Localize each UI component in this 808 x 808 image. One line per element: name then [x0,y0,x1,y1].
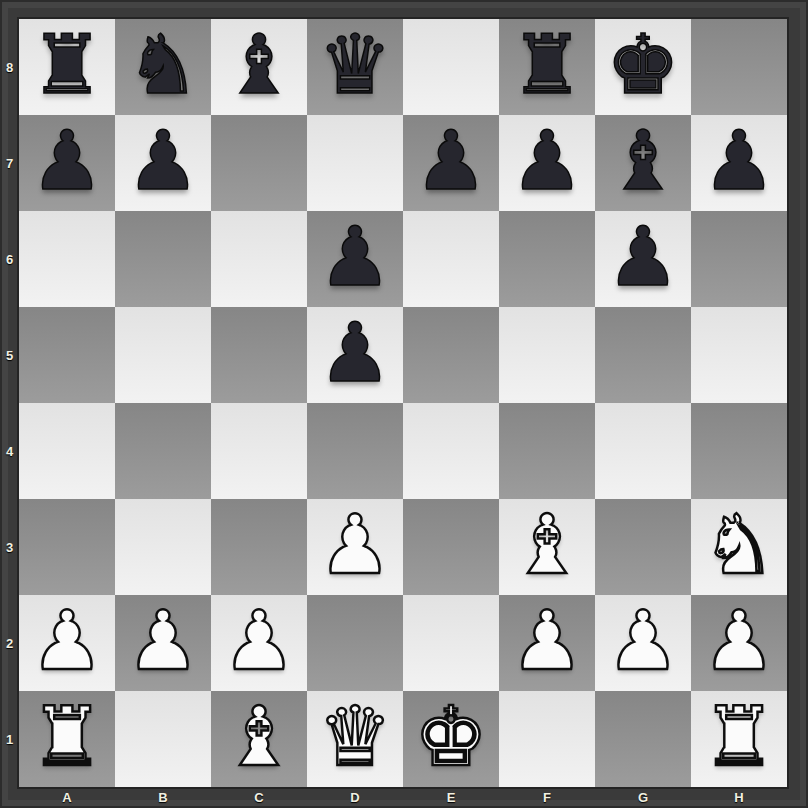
square-b5[interactable] [115,307,211,403]
black-bishop-icon[interactable]: ♝ [222,17,296,113]
black-pawn-icon[interactable]: ♟ [606,209,680,305]
square-c4[interactable] [211,403,307,499]
black-pawn-icon[interactable]: ♟ [510,113,584,209]
black-knight-icon[interactable]: ♞ [126,17,200,113]
square-e2[interactable] [403,595,499,691]
rank-label-4: 4 [0,403,19,499]
square-h5[interactable] [691,307,787,403]
square-a1[interactable]: ♜ [19,691,115,787]
square-c8[interactable]: ♝ [211,19,307,115]
black-pawn-icon[interactable]: ♟ [318,209,392,305]
square-g4[interactable] [595,403,691,499]
square-e7[interactable]: ♟ [403,115,499,211]
square-f3[interactable]: ♝ [499,499,595,595]
file-label-B: B [115,787,211,808]
rank-label-5: 5 [0,307,19,403]
square-a5[interactable] [19,307,115,403]
square-f6[interactable] [499,211,595,307]
white-pawn-icon[interactable]: ♟ [30,593,104,689]
square-b6[interactable] [115,211,211,307]
square-f7[interactable]: ♟ [499,115,595,211]
white-knight-icon[interactable]: ♞ [702,497,776,593]
file-label-E: E [403,787,499,808]
white-king-icon[interactable]: ♚ [414,689,488,785]
square-d2[interactable] [307,595,403,691]
square-c7[interactable] [211,115,307,211]
square-g6[interactable]: ♟ [595,211,691,307]
square-f2[interactable]: ♟ [499,595,595,691]
rank-label-6: 6 [0,211,19,307]
chess-board-frame: ♜♞♝♛♜♚♟♟♟♟♝♟♟♟♟♟♝♞♟♟♟♟♟♟♜♝♛♚♜ 87654321AB… [0,0,808,808]
square-c1[interactable]: ♝ [211,691,307,787]
white-rook-icon[interactable]: ♜ [702,689,776,785]
white-pawn-icon[interactable]: ♟ [318,497,392,593]
square-a7[interactable]: ♟ [19,115,115,211]
white-pawn-icon[interactable]: ♟ [222,593,296,689]
square-h3[interactable]: ♞ [691,499,787,595]
square-h7[interactable]: ♟ [691,115,787,211]
square-g5[interactable] [595,307,691,403]
black-king-icon[interactable]: ♚ [606,17,680,113]
white-pawn-icon[interactable]: ♟ [510,593,584,689]
square-c3[interactable] [211,499,307,595]
chess-board: ♜♞♝♛♜♚♟♟♟♟♝♟♟♟♟♟♝♞♟♟♟♟♟♟♜♝♛♚♜ [19,19,787,787]
square-c2[interactable]: ♟ [211,595,307,691]
square-d6[interactable]: ♟ [307,211,403,307]
black-bishop-icon[interactable]: ♝ [606,113,680,209]
square-b2[interactable]: ♟ [115,595,211,691]
file-label-G: G [595,787,691,808]
black-pawn-icon[interactable]: ♟ [414,113,488,209]
square-a3[interactable] [19,499,115,595]
white-rook-icon[interactable]: ♜ [30,689,104,785]
square-h1[interactable]: ♜ [691,691,787,787]
square-a8[interactable]: ♜ [19,19,115,115]
square-d5[interactable]: ♟ [307,307,403,403]
white-pawn-icon[interactable]: ♟ [606,593,680,689]
square-d1[interactable]: ♛ [307,691,403,787]
file-label-F: F [499,787,595,808]
square-g8[interactable]: ♚ [595,19,691,115]
square-f8[interactable]: ♜ [499,19,595,115]
file-label-H: H [691,787,787,808]
square-c6[interactable] [211,211,307,307]
square-b7[interactable]: ♟ [115,115,211,211]
black-rook-icon[interactable]: ♜ [510,17,584,113]
file-label-D: D [307,787,403,808]
square-a6[interactable] [19,211,115,307]
white-queen-icon[interactable]: ♛ [318,689,392,785]
square-f4[interactable] [499,403,595,499]
square-d7[interactable] [307,115,403,211]
square-h8[interactable] [691,19,787,115]
black-pawn-icon[interactable]: ♟ [318,305,392,401]
square-g2[interactable]: ♟ [595,595,691,691]
white-bishop-icon[interactable]: ♝ [222,689,296,785]
square-f1[interactable] [499,691,595,787]
black-rook-icon[interactable]: ♜ [30,17,104,113]
rank-label-1: 1 [0,691,19,787]
file-label-A: A [19,787,115,808]
rank-label-7: 7 [0,115,19,211]
square-b1[interactable] [115,691,211,787]
square-d3[interactable]: ♟ [307,499,403,595]
white-bishop-icon[interactable]: ♝ [510,497,584,593]
black-queen-icon[interactable]: ♛ [318,17,392,113]
white-pawn-icon[interactable]: ♟ [702,593,776,689]
square-b3[interactable] [115,499,211,595]
rank-label-2: 2 [0,595,19,691]
white-pawn-icon[interactable]: ♟ [126,593,200,689]
square-h6[interactable] [691,211,787,307]
square-h2[interactable]: ♟ [691,595,787,691]
square-e1[interactable]: ♚ [403,691,499,787]
square-b8[interactable]: ♞ [115,19,211,115]
square-e3[interactable] [403,499,499,595]
square-b4[interactable] [115,403,211,499]
square-a2[interactable]: ♟ [19,595,115,691]
square-g1[interactable] [595,691,691,787]
rank-label-3: 3 [0,499,19,595]
square-e5[interactable] [403,307,499,403]
square-f5[interactable] [499,307,595,403]
black-pawn-icon[interactable]: ♟ [126,113,200,209]
rank-label-8: 8 [0,19,19,115]
black-pawn-icon[interactable]: ♟ [30,113,104,209]
square-e6[interactable] [403,211,499,307]
square-h4[interactable] [691,403,787,499]
black-pawn-icon[interactable]: ♟ [702,113,776,209]
square-e4[interactable] [403,403,499,499]
square-d8[interactable]: ♛ [307,19,403,115]
square-e8[interactable] [403,19,499,115]
square-g7[interactable]: ♝ [595,115,691,211]
square-a4[interactable] [19,403,115,499]
square-c5[interactable] [211,307,307,403]
square-g3[interactable] [595,499,691,595]
file-label-C: C [211,787,307,808]
square-d4[interactable] [307,403,403,499]
